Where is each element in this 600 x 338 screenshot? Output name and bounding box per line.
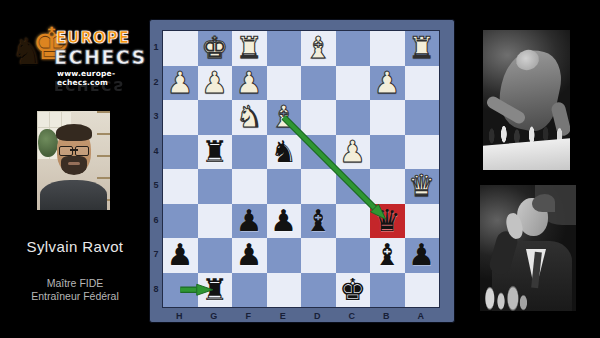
square-a3[interactable]	[405, 100, 440, 135]
square-e6[interactable]: ♟	[267, 204, 302, 239]
square-c5[interactable]	[336, 169, 371, 204]
square-a5[interactable]: ♛	[405, 169, 440, 204]
presenter-title-fide: Maître FIDE	[0, 277, 150, 290]
presenter-title-federal: Entraîneur Fédéral	[0, 290, 150, 303]
presenter-mouth	[68, 162, 80, 165]
piece-white-king-g1[interactable]: ♚	[201, 33, 228, 63]
piece-white-rook-a1[interactable]: ♜	[408, 33, 435, 63]
piece-white-pawn-g2[interactable]: ♟	[201, 68, 228, 98]
piece-black-rook-g8[interactable]: ♜	[201, 275, 228, 305]
square-c1[interactable]	[336, 31, 371, 66]
chess-board: ♚♜♝♜♟♟♟♟♞♝♜♞♟♛♟♟♝♛♟♟♝♟♜♚ 12345678HGFEDCB…	[149, 19, 455, 323]
square-e1[interactable]	[267, 31, 302, 66]
square-f7[interactable]: ♟	[232, 238, 267, 273]
piece-black-rook-g4[interactable]: ♜	[201, 137, 228, 167]
square-g5[interactable]	[198, 169, 233, 204]
square-a6[interactable]	[405, 204, 440, 239]
square-b4[interactable]	[370, 135, 405, 170]
square-d7[interactable]	[301, 238, 336, 273]
square-c6[interactable]	[336, 204, 371, 239]
square-a2[interactable]	[405, 66, 440, 101]
square-d3[interactable]	[301, 100, 336, 135]
square-c8[interactable]: ♚	[336, 273, 371, 308]
presenter-webcam	[37, 111, 110, 210]
square-g2[interactable]: ♟	[198, 66, 233, 101]
square-b5[interactable]	[370, 169, 405, 204]
square-b8[interactable]	[370, 273, 405, 308]
piece-black-pawn-a7[interactable]: ♟	[408, 240, 435, 270]
file-label-c: C	[349, 311, 356, 321]
photo-bottom-right-chess-player	[480, 185, 576, 311]
square-h2[interactable]: ♟	[163, 66, 198, 101]
glasses-left-lens	[59, 146, 73, 156]
square-h4[interactable]	[163, 135, 198, 170]
rank-label-7: 7	[150, 249, 162, 259]
photo-top-right-chess-player	[483, 30, 570, 170]
square-f4[interactable]	[232, 135, 267, 170]
piece-white-knight-f3[interactable]: ♞	[236, 102, 263, 132]
square-h6[interactable]	[163, 204, 198, 239]
piece-black-pawn-h7[interactable]: ♟	[167, 240, 194, 270]
square-h1[interactable]	[163, 31, 198, 66]
file-label-g: G	[210, 311, 217, 321]
square-d5[interactable]	[301, 169, 336, 204]
board-squares: ♚♜♝♜♟♟♟♟♞♝♜♞♟♛♟♟♝♛♟♟♝♟♜♚	[162, 30, 440, 308]
square-e2[interactable]	[267, 66, 302, 101]
presenter-titles: Maître FIDE Entraîneur Fédéral	[0, 277, 150, 302]
presenter-name: Sylvain Ravot	[0, 238, 150, 255]
piece-white-pawn-h2[interactable]: ♟	[167, 68, 194, 98]
square-b6[interactable]: ♛	[370, 204, 405, 239]
square-c4[interactable]: ♟	[336, 135, 371, 170]
presenter-beard	[61, 156, 87, 175]
square-d6[interactable]: ♝	[301, 204, 336, 239]
square-e3[interactable]: ♝	[267, 100, 302, 135]
piece-black-knight-e4[interactable]: ♞	[270, 137, 297, 167]
rank-label-6: 6	[150, 215, 162, 225]
square-f5[interactable]	[232, 169, 267, 204]
square-h5[interactable]	[163, 169, 198, 204]
rank-label-4: 4	[150, 146, 162, 156]
glasses-bridge	[70, 149, 78, 151]
square-a1[interactable]: ♜	[405, 31, 440, 66]
square-f3[interactable]: ♞	[232, 100, 267, 135]
webcam-plant	[38, 129, 58, 157]
piece-black-pawn-f7[interactable]: ♟	[236, 240, 263, 270]
piece-black-bishop-b7[interactable]: ♝	[374, 240, 401, 270]
piece-black-bishop-d6[interactable]: ♝	[305, 206, 332, 236]
piece-white-rook-f1[interactable]: ♜	[236, 33, 263, 63]
file-label-a: A	[418, 311, 425, 321]
square-a7[interactable]: ♟	[405, 238, 440, 273]
piece-white-pawn-f2[interactable]: ♟	[236, 68, 263, 98]
logo-text-echecs: ECHECS	[54, 46, 147, 68]
square-c3[interactable]	[336, 100, 371, 135]
square-h8[interactable]	[163, 273, 198, 308]
square-d4[interactable]	[301, 135, 336, 170]
rank-label-3: 3	[150, 111, 162, 121]
piece-white-bishop-d1[interactable]: ♝	[305, 33, 332, 63]
square-e5[interactable]	[267, 169, 302, 204]
square-b1[interactable]	[370, 31, 405, 66]
piece-white-pawn-b2[interactable]: ♟	[374, 68, 401, 98]
square-a4[interactable]	[405, 135, 440, 170]
square-h3[interactable]	[163, 100, 198, 135]
file-label-e: E	[280, 311, 286, 321]
rank-label-5: 5	[150, 180, 162, 190]
presenter-glasses	[59, 146, 89, 156]
presenter-hair	[56, 124, 92, 141]
piece-black-queen-b6[interactable]: ♛	[374, 206, 401, 236]
presenter-torso	[40, 180, 107, 210]
square-f1[interactable]: ♜	[232, 31, 267, 66]
square-e4[interactable]: ♞	[267, 135, 302, 170]
file-label-d: D	[314, 311, 321, 321]
square-d2[interactable]	[301, 66, 336, 101]
logo-reflection: ECHECS	[54, 78, 125, 94]
file-label-b: B	[383, 311, 390, 321]
square-a8[interactable]	[405, 273, 440, 308]
square-c7[interactable]	[336, 238, 371, 273]
europe-echecs-logo: ♞ ♚ EUROPE ECHECS www.europe-echecs.com …	[10, 22, 148, 92]
photo2-player-hair	[532, 194, 555, 212]
square-e8[interactable]	[267, 273, 302, 308]
file-label-f: F	[246, 311, 252, 321]
piece-white-bishop-e3[interactable]: ♝	[270, 102, 297, 132]
square-g4[interactable]: ♜	[198, 135, 233, 170]
square-b7[interactable]: ♝	[370, 238, 405, 273]
piece-black-pawn-e6[interactable]: ♟	[270, 206, 297, 236]
square-e7[interactable]	[267, 238, 302, 273]
square-g3[interactable]	[198, 100, 233, 135]
square-f8[interactable]	[232, 273, 267, 308]
rank-label-8: 8	[150, 284, 162, 294]
video-frame: ♞ ♚ EUROPE ECHECS www.europe-echecs.com …	[0, 0, 600, 338]
square-b2[interactable]: ♟	[370, 66, 405, 101]
photo2-chess-pieces	[480, 283, 550, 311]
square-d1[interactable]: ♝	[301, 31, 336, 66]
square-f2[interactable]: ♟	[232, 66, 267, 101]
logo-text-europe: EUROPE	[56, 29, 130, 47]
piece-black-king-c8[interactable]: ♚	[339, 275, 366, 305]
rank-label-1: 1	[150, 42, 162, 52]
glasses-right-lens	[75, 146, 89, 156]
file-label-h: H	[176, 311, 183, 321]
square-g1[interactable]: ♚	[198, 31, 233, 66]
square-g7[interactable]	[198, 238, 233, 273]
square-c2[interactable]	[336, 66, 371, 101]
square-g8[interactable]: ♜	[198, 273, 233, 308]
square-b3[interactable]	[370, 100, 405, 135]
piece-white-pawn-c4[interactable]: ♟	[339, 137, 366, 167]
square-f6[interactable]: ♟	[232, 204, 267, 239]
square-d8[interactable]	[301, 273, 336, 308]
square-g6[interactable]	[198, 204, 233, 239]
piece-black-pawn-f6[interactable]: ♟	[236, 206, 263, 236]
square-h7[interactable]: ♟	[163, 238, 198, 273]
rank-label-2: 2	[150, 77, 162, 87]
piece-white-queen-a5[interactable]: ♛	[408, 171, 435, 201]
